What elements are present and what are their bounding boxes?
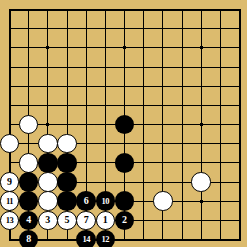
move-number-label: 1 <box>103 215 108 225</box>
stone-white-move-11: 11 <box>0 191 19 210</box>
stone-white <box>57 134 76 153</box>
star-point <box>46 123 49 126</box>
stone-white-move-5: 5 <box>57 211 76 230</box>
stone-black <box>38 153 57 172</box>
star-point <box>200 123 203 126</box>
grid-line-vertical <box>143 9 144 241</box>
stone-white-move-1: 1 <box>96 211 115 230</box>
move-number-label: 13 <box>6 216 14 225</box>
stone-white <box>153 191 172 210</box>
move-number-label: 3 <box>45 215 50 225</box>
star-point <box>200 200 203 203</box>
stone-white <box>191 172 210 191</box>
stone-white <box>38 134 57 153</box>
stone-white-move-3: 3 <box>38 211 57 230</box>
stone-white <box>38 172 57 191</box>
move-number-label: 2 <box>122 215 127 225</box>
stone-black <box>57 191 76 210</box>
move-number-label: 4 <box>26 215 31 225</box>
stone-black <box>57 172 76 191</box>
stone-black <box>115 191 134 210</box>
stone-white-move-9: 9 <box>0 172 19 191</box>
move-number-label: 10 <box>102 197 110 206</box>
stone-black <box>115 153 134 172</box>
stone-black-move-2: 2 <box>115 211 134 230</box>
move-number-label: 11 <box>6 197 13 206</box>
move-number-label: 9 <box>7 177 12 187</box>
stone-black <box>19 191 38 210</box>
stone-white-move-13: 13 <box>0 211 19 230</box>
move-number-label: 8 <box>26 234 31 244</box>
board-border-line <box>239 9 241 241</box>
stone-black <box>115 115 134 134</box>
move-number-label: 5 <box>64 215 69 225</box>
stone-black-move-10: 10 <box>96 191 115 210</box>
stone-white <box>19 153 38 172</box>
stone-black-move-12: 12 <box>96 230 115 247</box>
stone-white <box>38 191 57 210</box>
stone-black <box>19 172 38 191</box>
board-border-line <box>9 239 241 241</box>
go-board[interactable]: 9116101343571281412 <box>0 0 247 247</box>
stone-white-move-7: 7 <box>76 211 95 230</box>
stone-white <box>19 115 38 134</box>
move-number-label: 14 <box>82 235 90 244</box>
stone-black-move-6: 6 <box>76 191 95 210</box>
stone-white <box>0 134 19 153</box>
move-number-label: 12 <box>102 235 110 244</box>
move-number-label: 7 <box>84 215 89 225</box>
stone-black-move-14: 14 <box>76 230 95 247</box>
grid-line-vertical <box>220 9 221 241</box>
grid-line-vertical <box>182 9 183 241</box>
stone-black <box>57 153 76 172</box>
stone-black-move-4: 4 <box>19 211 38 230</box>
star-point <box>123 46 126 49</box>
star-point <box>200 46 203 49</box>
move-number-label: 6 <box>84 196 89 206</box>
stone-black-move-8: 8 <box>19 230 38 247</box>
star-point <box>46 46 49 49</box>
